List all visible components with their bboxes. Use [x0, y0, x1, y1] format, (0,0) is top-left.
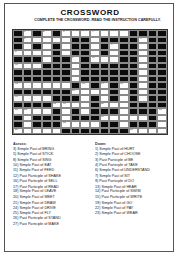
clue-number: 25 [63, 121, 66, 124]
clue-number: 11 [15, 63, 18, 66]
clue-item: 27) Past Participle of MAKE [13, 221, 125, 226]
grid-cell[interactable] [138, 128, 148, 135]
crossword-grid: 1234567891011121314151617181920212223242… [12, 29, 168, 135]
clue-number: 17 [15, 95, 18, 98]
clue-number: 6 [140, 37, 141, 40]
down-clues-section: Down: 1) Simple Past of HURT2) Simple Pa… [95, 141, 180, 216]
grid-cell[interactable] [23, 128, 33, 135]
clue-number: 2 [43, 30, 44, 33]
grid-cell[interactable] [32, 128, 42, 135]
page-subtitle: COMPLETE THE CROSSWORD. READ THE INSTRUC… [34, 18, 146, 22]
grid-cell [61, 128, 71, 135]
grid-cell [119, 128, 129, 135]
clue-item: 23) Simple Past of WEAR [95, 210, 180, 215]
clue-number: 18 [53, 102, 56, 105]
clue-number: 12 [15, 82, 18, 85]
grid-cell [109, 128, 119, 135]
clue-number: 24 [101, 115, 104, 118]
page-title: CROSSWORD [0, 8, 180, 17]
clue-number: 7 [111, 43, 112, 46]
clue-number: 19 [63, 102, 66, 105]
clue-number: 15 [120, 82, 123, 85]
clue-number: 23 [159, 108, 162, 111]
grid-cell[interactable]: 27 [129, 128, 139, 135]
clue-number: 20 [101, 102, 104, 105]
grid-cell [71, 128, 81, 135]
clue-number: 8 [15, 50, 16, 53]
clue-number: 9 [72, 56, 73, 59]
grid-cell [90, 128, 100, 135]
clue-number: 27 [130, 128, 133, 131]
clue-number: 5 [24, 37, 25, 40]
clue-number: 21 [15, 108, 18, 111]
clue-number: 10 [92, 56, 95, 59]
clue-number: 3 [63, 30, 64, 33]
clue-number: 14 [101, 82, 104, 85]
clue-number: 4 [92, 30, 93, 33]
grid-cell[interactable]: 26 [13, 128, 23, 135]
grid-cell[interactable] [42, 128, 52, 135]
grid-cell[interactable] [52, 128, 62, 135]
clue-number: 13 [82, 82, 85, 85]
clue-number: 22 [24, 108, 27, 111]
grid-cell[interactable] [148, 128, 158, 135]
grid-cell[interactable] [157, 128, 167, 135]
grid-cell [80, 128, 90, 135]
clue-number: 26 [15, 128, 18, 131]
grid-cell [100, 128, 110, 135]
clue-number: 16 [72, 89, 75, 92]
clue-number: 1 [24, 30, 25, 33]
